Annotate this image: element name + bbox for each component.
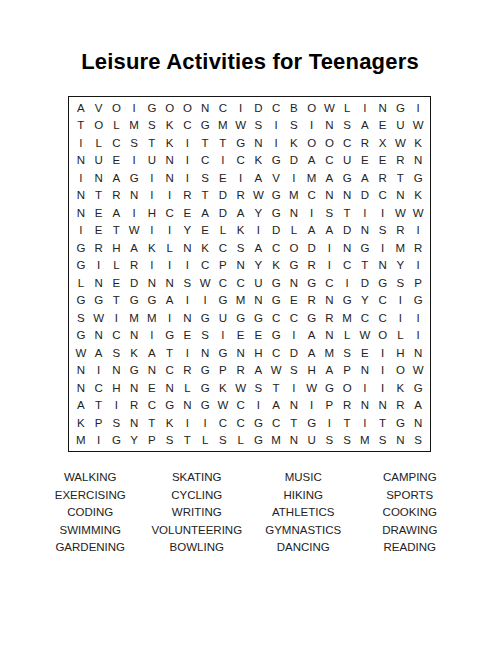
grid-cell[interactable]: N <box>125 379 143 397</box>
grid-cell[interactable]: N <box>250 292 268 310</box>
grid-cell[interactable]: C <box>232 414 250 432</box>
grid-cell[interactable]: E <box>356 152 374 170</box>
grid-cell[interactable]: S <box>374 432 392 450</box>
grid-cell[interactable]: C <box>374 187 392 205</box>
grid-cell[interactable]: A <box>356 169 374 187</box>
grid-cell[interactable]: S <box>338 344 356 362</box>
grid-cell[interactable]: G <box>356 239 374 257</box>
grid-cell[interactable]: N <box>72 152 90 170</box>
grid-cell[interactable]: E <box>108 152 126 170</box>
grid-cell[interactable]: N <box>161 274 179 292</box>
grid-cell[interactable]: G <box>250 309 268 327</box>
grid-cell[interactable]: G <box>267 274 285 292</box>
grid-cell[interactable]: K <box>196 239 214 257</box>
grid-cell[interactable]: M <box>321 344 339 362</box>
grid-cell[interactable]: N <box>90 327 108 345</box>
grid-cell[interactable]: N <box>125 187 143 205</box>
grid-cell[interactable]: I <box>72 169 90 187</box>
grid-cell[interactable]: M <box>143 309 161 327</box>
grid-cell[interactable]: E <box>232 327 250 345</box>
grid-cell[interactable]: V <box>267 169 285 187</box>
grid-cell[interactable]: D <box>303 239 321 257</box>
grid-cell[interactable]: C <box>161 204 179 222</box>
grid-cell[interactable]: H <box>392 344 410 362</box>
grid-cell[interactable]: T <box>108 292 126 310</box>
grid-cell[interactable]: E <box>90 222 108 240</box>
grid-cell[interactable]: I <box>125 99 143 117</box>
grid-cell[interactable]: G <box>232 309 250 327</box>
grid-cell[interactable]: L <box>196 432 214 450</box>
grid-cell[interactable]: G <box>392 414 410 432</box>
grid-cell[interactable]: L <box>392 327 410 345</box>
grid-cell[interactable]: A <box>125 239 143 257</box>
grid-cell[interactable]: R <box>392 222 410 240</box>
grid-cell[interactable]: N <box>232 344 250 362</box>
grid-cell[interactable]: O <box>285 239 303 257</box>
grid-cell[interactable]: O <box>161 99 179 117</box>
grid-cell[interactable]: T <box>179 432 197 450</box>
grid-cell[interactable]: N <box>409 344 427 362</box>
grid-cell[interactable]: G <box>125 362 143 380</box>
grid-cell[interactable]: G <box>409 169 427 187</box>
grid-cell[interactable]: I <box>267 134 285 152</box>
grid-cell[interactable]: N <box>72 187 90 205</box>
grid-cell[interactable]: G <box>267 292 285 310</box>
grid-cell[interactable]: L <box>338 327 356 345</box>
grid-cell[interactable]: I <box>374 344 392 362</box>
grid-cell[interactable]: N <box>285 432 303 450</box>
grid-cell[interactable]: W <box>90 309 108 327</box>
grid-cell[interactable]: I <box>161 257 179 275</box>
grid-cell[interactable]: A <box>321 169 339 187</box>
grid-cell[interactable]: P <box>214 257 232 275</box>
grid-cell[interactable]: C <box>374 309 392 327</box>
grid-cell[interactable]: T <box>161 344 179 362</box>
grid-cell[interactable]: W <box>409 204 427 222</box>
grid-cell[interactable]: C <box>196 257 214 275</box>
grid-cell[interactable]: Y <box>356 292 374 310</box>
grid-cell[interactable]: C <box>338 257 356 275</box>
grid-cell[interactable]: S <box>285 117 303 135</box>
grid-cell[interactable]: I <box>232 99 250 117</box>
grid-cell[interactable]: G <box>250 414 268 432</box>
grid-cell[interactable]: N <box>125 414 143 432</box>
grid-cell[interactable]: I <box>179 292 197 310</box>
grid-cell[interactable]: S <box>338 432 356 450</box>
grid-cell[interactable]: P <box>409 274 427 292</box>
grid-cell[interactable]: E <box>179 204 197 222</box>
grid-cell[interactable]: I <box>374 204 392 222</box>
grid-cell[interactable]: E <box>356 344 374 362</box>
grid-cell[interactable]: G <box>303 309 321 327</box>
grid-cell[interactable]: G <box>108 432 126 450</box>
grid-cell[interactable]: P <box>321 397 339 415</box>
grid-cell[interactable]: W <box>409 362 427 380</box>
grid-cell[interactable]: U <box>143 152 161 170</box>
grid-cell[interactable]: G <box>214 292 232 310</box>
grid-cell[interactable]: K <box>392 379 410 397</box>
grid-cell[interactable]: T <box>267 379 285 397</box>
grid-cell[interactable]: E <box>196 222 214 240</box>
grid-cell[interactable]: A <box>303 344 321 362</box>
grid-cell[interactable]: A <box>72 99 90 117</box>
grid-cell[interactable]: I <box>303 117 321 135</box>
grid-cell[interactable]: G <box>374 274 392 292</box>
grid-cell[interactable]: N <box>72 379 90 397</box>
grid-cell[interactable]: Y <box>250 204 268 222</box>
grid-cell[interactable]: I <box>392 309 410 327</box>
grid-cell[interactable]: R <box>125 257 143 275</box>
grid-cell[interactable]: E <box>90 204 108 222</box>
grid-cell[interactable]: H <box>250 344 268 362</box>
grid-cell[interactable]: G <box>321 379 339 397</box>
grid-cell[interactable]: U <box>250 274 268 292</box>
grid-cell[interactable]: N <box>374 257 392 275</box>
grid-cell[interactable]: I <box>72 134 90 152</box>
grid-cell[interactable]: C <box>232 397 250 415</box>
grid-cell[interactable]: M <box>285 187 303 205</box>
grid-cell[interactable]: C <box>179 117 197 135</box>
grid-cell[interactable]: A <box>303 327 321 345</box>
grid-cell[interactable]: A <box>143 344 161 362</box>
grid-cell[interactable]: A <box>250 239 268 257</box>
grid-cell[interactable]: N <box>409 152 427 170</box>
grid-cell[interactable]: W <box>303 379 321 397</box>
grid-cell[interactable]: C <box>161 362 179 380</box>
grid-cell[interactable]: I <box>356 379 374 397</box>
grid-cell[interactable]: P <box>214 362 232 380</box>
grid-cell[interactable]: I <box>250 222 268 240</box>
grid-cell[interactable]: S <box>143 117 161 135</box>
grid-cell[interactable]: R <box>108 187 126 205</box>
grid-cell[interactable]: K <box>409 187 427 205</box>
grid-cell[interactable]: C <box>214 99 232 117</box>
grid-cell[interactable]: I <box>143 257 161 275</box>
grid-cell[interactable]: U <box>303 432 321 450</box>
grid-cell[interactable]: I <box>143 327 161 345</box>
grid-cell[interactable]: A <box>161 292 179 310</box>
grid-cell[interactable]: P <box>90 414 108 432</box>
grid-cell[interactable]: I <box>108 309 126 327</box>
grid-cell[interactable]: W <box>72 344 90 362</box>
grid-cell[interactable]: D <box>338 222 356 240</box>
grid-cell[interactable]: K <box>214 379 232 397</box>
grid-cell[interactable]: W <box>267 362 285 380</box>
grid-cell[interactable]: N <box>374 99 392 117</box>
grid-cell[interactable]: O <box>392 362 410 380</box>
grid-cell[interactable]: I <box>356 204 374 222</box>
grid-cell[interactable]: R <box>232 362 250 380</box>
grid-cell[interactable]: G <box>214 344 232 362</box>
grid-cell[interactable]: M <box>303 169 321 187</box>
grid-cell[interactable]: H <box>303 362 321 380</box>
grid-cell[interactable]: A <box>250 362 268 380</box>
grid-cell[interactable]: E <box>374 117 392 135</box>
grid-cell[interactable]: N <box>232 257 250 275</box>
grid-cell[interactable]: R <box>90 239 108 257</box>
grid-cell[interactable]: D <box>125 274 143 292</box>
grid-cell[interactable]: U <box>90 152 108 170</box>
grid-cell[interactable]: S <box>285 362 303 380</box>
grid-cell[interactable]: R <box>303 292 321 310</box>
grid-cell[interactable]: G <box>392 99 410 117</box>
grid-cell[interactable]: O <box>338 379 356 397</box>
grid-cell[interactable]: T <box>214 134 232 152</box>
grid-cell[interactable]: C <box>108 134 126 152</box>
grid-cell[interactable]: L <box>338 99 356 117</box>
grid-cell[interactable]: G <box>267 187 285 205</box>
grid-cell[interactable]: W <box>196 274 214 292</box>
grid-cell[interactable]: I <box>356 414 374 432</box>
grid-cell[interactable]: I <box>179 414 197 432</box>
grid-cell[interactable]: N <box>143 362 161 380</box>
grid-cell[interactable]: S <box>161 432 179 450</box>
grid-cell[interactable]: W <box>392 134 410 152</box>
grid-cell[interactable]: I <box>409 327 427 345</box>
grid-cell[interactable]: C <box>356 309 374 327</box>
grid-cell[interactable]: M <box>72 432 90 450</box>
grid-cell[interactable]: N <box>321 292 339 310</box>
grid-cell[interactable]: N <box>321 327 339 345</box>
grid-cell[interactable]: D <box>214 187 232 205</box>
grid-cell[interactable]: I <box>90 257 108 275</box>
grid-cell[interactable]: O <box>374 327 392 345</box>
grid-cell[interactable]: N <box>179 397 197 415</box>
grid-cell[interactable]: I <box>303 204 321 222</box>
grid-cell[interactable]: N <box>72 204 90 222</box>
grid-cell[interactable]: H <box>108 379 126 397</box>
grid-cell[interactable]: M <box>392 239 410 257</box>
grid-cell[interactable]: G <box>267 152 285 170</box>
grid-cell[interactable]: S <box>214 432 232 450</box>
grid-cell[interactable]: I <box>125 204 143 222</box>
grid-cell[interactable]: E <box>179 327 197 345</box>
grid-cell[interactable]: G <box>72 239 90 257</box>
grid-cell[interactable]: U <box>214 309 232 327</box>
grid-cell[interactable]: O <box>179 99 197 117</box>
grid-cell[interactable]: I <box>303 397 321 415</box>
grid-cell[interactable]: G <box>409 292 427 310</box>
grid-cell[interactable]: C <box>267 239 285 257</box>
grid-cell[interactable]: G <box>196 309 214 327</box>
grid-cell[interactable]: S <box>321 432 339 450</box>
grid-cell[interactable]: I <box>179 169 197 187</box>
grid-cell[interactable]: N <box>285 204 303 222</box>
grid-cell[interactable]: S <box>250 117 268 135</box>
grid-cell[interactable]: W <box>392 204 410 222</box>
grid-cell[interactable]: W <box>232 379 250 397</box>
grid-cell[interactable]: R <box>356 134 374 152</box>
grid-cell[interactable]: L <box>214 222 232 240</box>
grid-cell[interactable]: M <box>267 432 285 450</box>
grid-cell[interactable]: Y <box>392 257 410 275</box>
grid-cell[interactable]: I <box>125 152 143 170</box>
grid-cell[interactable]: R <box>125 397 143 415</box>
grid-cell[interactable]: P <box>143 432 161 450</box>
grid-cell[interactable]: I <box>250 397 268 415</box>
grid-cell[interactable]: W <box>232 117 250 135</box>
grid-cell[interactable]: G <box>338 169 356 187</box>
grid-cell[interactable]: I <box>374 239 392 257</box>
grid-cell[interactable]: N <box>90 274 108 292</box>
grid-cell[interactable]: L <box>161 239 179 257</box>
grid-cell[interactable]: E <box>250 327 268 345</box>
grid-cell[interactable]: I <box>196 292 214 310</box>
grid-cell[interactable]: S <box>125 134 143 152</box>
grid-cell[interactable]: N <box>392 432 410 450</box>
grid-cell[interactable]: N <box>338 187 356 205</box>
grid-cell[interactable]: G <box>72 257 90 275</box>
grid-cell[interactable]: A <box>321 222 339 240</box>
grid-cell[interactable]: G <box>196 397 214 415</box>
grid-cell[interactable]: A <box>303 152 321 170</box>
grid-cell[interactable]: N <box>356 362 374 380</box>
grid-cell[interactable]: V <box>90 99 108 117</box>
grid-cell[interactable]: A <box>108 169 126 187</box>
grid-cell[interactable]: L <box>179 379 197 397</box>
grid-cell[interactable]: C <box>267 309 285 327</box>
grid-cell[interactable]: C <box>108 327 126 345</box>
grid-cell[interactable]: K <box>232 222 250 240</box>
grid-cell[interactable]: T <box>338 204 356 222</box>
grid-cell[interactable]: I <box>179 344 197 362</box>
grid-cell[interactable]: A <box>250 169 268 187</box>
grid-cell[interactable]: N <box>108 362 126 380</box>
grid-cell[interactable]: L <box>90 134 108 152</box>
grid-cell[interactable]: G <box>285 257 303 275</box>
grid-cell[interactable]: C <box>303 187 321 205</box>
grid-cell[interactable]: C <box>143 397 161 415</box>
grid-cell[interactable]: U <box>392 117 410 135</box>
grid-cell[interactable]: K <box>143 239 161 257</box>
grid-cell[interactable]: T <box>196 187 214 205</box>
grid-cell[interactable]: N <box>196 99 214 117</box>
grid-cell[interactable]: R <box>409 239 427 257</box>
grid-cell[interactable]: T <box>143 414 161 432</box>
grid-cell[interactable]: K <box>285 134 303 152</box>
grid-cell[interactable]: E <box>108 274 126 292</box>
grid-cell[interactable]: T <box>143 134 161 152</box>
grid-cell[interactable]: T <box>90 187 108 205</box>
grid-cell[interactable]: I <box>179 257 197 275</box>
grid-cell[interactable]: A <box>356 117 374 135</box>
grid-cell[interactable]: G <box>72 327 90 345</box>
grid-cell[interactable]: O <box>90 117 108 135</box>
grid-cell[interactable]: C <box>232 274 250 292</box>
grid-cell[interactable]: T <box>196 134 214 152</box>
grid-cell[interactable]: L <box>108 257 126 275</box>
grid-cell[interactable]: I <box>232 169 250 187</box>
grid-cell[interactable]: G <box>232 134 250 152</box>
grid-cell[interactable]: G <box>196 362 214 380</box>
grid-cell[interactable]: S <box>179 274 197 292</box>
grid-cell[interactable]: E <box>374 152 392 170</box>
grid-cell[interactable]: Y <box>125 432 143 450</box>
grid-cell[interactable]: I <box>90 362 108 380</box>
grid-cell[interactable]: C <box>285 309 303 327</box>
grid-cell[interactable]: T <box>72 117 90 135</box>
grid-cell[interactable]: L <box>108 117 126 135</box>
grid-cell[interactable]: M <box>356 432 374 450</box>
grid-cell[interactable]: O <box>321 134 339 152</box>
grid-cell[interactable]: I <box>179 134 197 152</box>
grid-cell[interactable]: A <box>108 204 126 222</box>
grid-cell[interactable]: P <box>338 362 356 380</box>
grid-cell[interactable]: I <box>143 187 161 205</box>
grid-cell[interactable]: A <box>90 344 108 362</box>
grid-cell[interactable]: O <box>303 134 321 152</box>
grid-cell[interactable]: S <box>374 222 392 240</box>
grid-cell[interactable]: I <box>285 379 303 397</box>
grid-cell[interactable]: I <box>143 222 161 240</box>
grid-cell[interactable]: S <box>232 239 250 257</box>
grid-cell[interactable]: N <box>179 309 197 327</box>
grid-cell[interactable]: R <box>179 187 197 205</box>
grid-cell[interactable]: X <box>374 134 392 152</box>
grid-cell[interactable]: N <box>321 117 339 135</box>
grid-cell[interactable]: I <box>285 327 303 345</box>
grid-cell[interactable]: L <box>285 222 303 240</box>
grid-cell[interactable]: Y <box>250 257 268 275</box>
grid-cell[interactable]: D <box>356 274 374 292</box>
grid-cell[interactable]: S <box>392 274 410 292</box>
grid-cell[interactable]: I <box>267 117 285 135</box>
grid-cell[interactable]: N <box>72 362 90 380</box>
grid-cell[interactable]: C <box>338 134 356 152</box>
grid-cell[interactable]: R <box>179 362 197 380</box>
grid-cell[interactable]: M <box>338 309 356 327</box>
grid-cell[interactable]: T <box>338 414 356 432</box>
grid-cell[interactable]: E <box>285 292 303 310</box>
grid-cell[interactable]: I <box>321 239 339 257</box>
grid-cell[interactable]: N <box>143 274 161 292</box>
grid-cell[interactable]: I <box>143 169 161 187</box>
grid-cell[interactable]: C <box>321 274 339 292</box>
grid-cell[interactable]: D <box>356 187 374 205</box>
grid-cell[interactable]: N <box>356 397 374 415</box>
grid-cell[interactable]: K <box>267 257 285 275</box>
grid-cell[interactable]: G <box>250 432 268 450</box>
grid-cell[interactable]: G <box>125 292 143 310</box>
grid-cell[interactable]: I <box>392 292 410 310</box>
grid-cell[interactable]: S <box>338 117 356 135</box>
grid-cell[interactable]: I <box>374 379 392 397</box>
grid-cell[interactable]: T <box>392 169 410 187</box>
grid-cell[interactable]: S <box>250 379 268 397</box>
grid-cell[interactable]: G <box>409 379 427 397</box>
grid-cell[interactable]: C <box>267 99 285 117</box>
grid-cell[interactable]: O <box>108 99 126 117</box>
grid-cell[interactable]: S <box>108 414 126 432</box>
grid-cell[interactable]: N <box>374 397 392 415</box>
grid-cell[interactable]: G <box>267 204 285 222</box>
grid-cell[interactable]: C <box>267 414 285 432</box>
grid-cell[interactable]: I <box>72 222 90 240</box>
grid-cell[interactable]: I <box>285 169 303 187</box>
grid-cell[interactable]: T <box>356 257 374 275</box>
grid-cell[interactable]: W <box>409 117 427 135</box>
grid-cell[interactable]: A <box>232 204 250 222</box>
grid-cell[interactable]: W <box>250 187 268 205</box>
grid-cell[interactable]: N <box>356 222 374 240</box>
grid-cell[interactable]: C <box>214 274 232 292</box>
grid-cell[interactable]: C <box>374 292 392 310</box>
grid-cell[interactable]: N <box>179 239 197 257</box>
grid-cell[interactable]: R <box>303 257 321 275</box>
grid-cell[interactable]: E <box>214 169 232 187</box>
grid-cell[interactable]: A <box>303 222 321 240</box>
grid-cell[interactable]: Y <box>179 222 197 240</box>
